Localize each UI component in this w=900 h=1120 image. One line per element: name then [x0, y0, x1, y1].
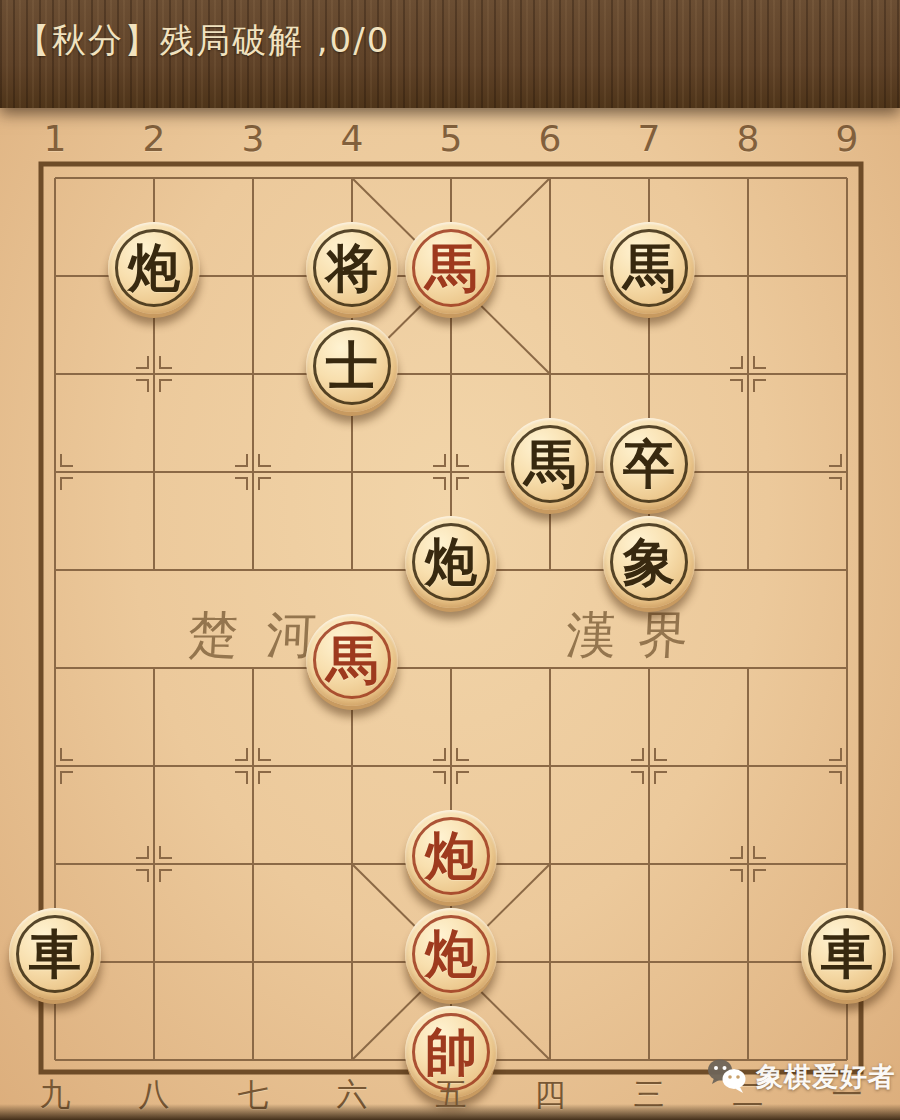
board[interactable]: 炮将馬馬士馬卒炮象馬炮車炮車帥 [6, 129, 897, 1109]
board-area: 123456789 楚河 漢界 炮将馬馬士馬卒炮象馬炮車炮車帥 九八七六五四三二… [0, 108, 900, 1120]
black-chariot[interactable]: 車 [9, 908, 101, 1000]
piece-glyph: 炮 [425, 536, 477, 588]
black-advisor[interactable]: 士 [306, 320, 398, 412]
watermark-label: 象棋爱好者 [756, 1059, 896, 1095]
piece-glyph: 馬 [623, 242, 675, 294]
piece-glyph: 卒 [623, 438, 675, 490]
black-cannon[interactable]: 炮 [405, 516, 497, 608]
piece-glyph: 馬 [326, 634, 378, 686]
black-soldier[interactable]: 卒 [603, 418, 695, 510]
app-screen: 【秋分】残局破解 ,0/0 123456789 楚河 漢界 炮将馬馬士馬卒炮象馬… [0, 0, 900, 1120]
title-bar: 【秋分】残局破解 ,0/0 [0, 0, 900, 108]
black-chariot[interactable]: 車 [801, 908, 893, 1000]
piece-glyph: 馬 [425, 242, 477, 294]
black-cannon[interactable]: 炮 [108, 222, 200, 314]
red-horse[interactable]: 馬 [405, 222, 497, 314]
piece-glyph: 車 [29, 928, 81, 980]
piece-glyph: 車 [821, 928, 873, 980]
black-horse[interactable]: 馬 [504, 418, 596, 510]
piece-glyph: 将 [326, 242, 378, 294]
black-general[interactable]: 将 [306, 222, 398, 314]
piece-glyph: 馬 [524, 438, 576, 490]
page-title: 【秋分】残局破解 ,0/0 [16, 20, 390, 61]
piece-glyph: 炮 [425, 830, 477, 882]
black-horse[interactable]: 馬 [603, 222, 695, 314]
wechat-icon [706, 1058, 750, 1096]
red-cannon[interactable]: 炮 [405, 810, 497, 902]
black-elephant[interactable]: 象 [603, 516, 695, 608]
red-cannon[interactable]: 炮 [405, 908, 497, 1000]
bottom-shadow [0, 1104, 900, 1120]
piece-glyph: 帥 [425, 1026, 477, 1078]
piece-glyph: 士 [326, 340, 378, 392]
piece-glyph: 象 [623, 536, 675, 588]
piece-glyph: 炮 [128, 242, 180, 294]
piece-glyph: 炮 [425, 928, 477, 980]
watermark: 象棋爱好者 [706, 1058, 896, 1096]
red-horse[interactable]: 馬 [306, 614, 398, 706]
